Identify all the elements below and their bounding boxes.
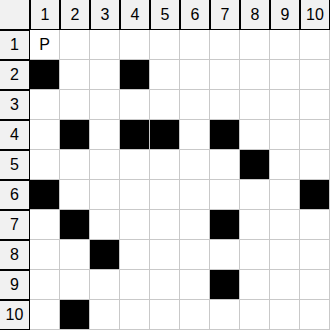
empty-cell-r3c3[interactable] — [90, 90, 120, 120]
empty-cell-r6c5[interactable] — [150, 180, 180, 210]
row-label-4: 4 — [0, 120, 30, 150]
empty-cell-r3c5[interactable] — [150, 90, 180, 120]
empty-cell-r6c8[interactable] — [240, 180, 270, 210]
empty-cell-r2c5[interactable] — [150, 60, 180, 90]
empty-cell-r7c1[interactable] — [30, 210, 60, 240]
empty-cell-r10c3[interactable] — [90, 300, 120, 330]
empty-cell-r2c2[interactable] — [60, 60, 90, 90]
empty-cell-r7c5[interactable] — [150, 210, 180, 240]
empty-cell-r6c9[interactable] — [270, 180, 300, 210]
empty-cell-r1c9[interactable] — [270, 30, 300, 60]
blocked-cell-r6c1[interactable] — [30, 180, 60, 210]
player-cell-r1c1[interactable]: P — [30, 30, 60, 60]
col-label-6: 6 — [180, 0, 210, 30]
blocked-cell-r2c4[interactable] — [120, 60, 150, 90]
empty-cell-r4c3[interactable] — [90, 120, 120, 150]
empty-cell-r4c10[interactable] — [300, 120, 330, 150]
empty-cell-r10c4[interactable] — [120, 300, 150, 330]
empty-cell-r7c8[interactable] — [240, 210, 270, 240]
row-label-8: 8 — [0, 240, 30, 270]
empty-cell-r10c10[interactable] — [300, 300, 330, 330]
empty-cell-r3c9[interactable] — [270, 90, 300, 120]
empty-cell-r6c2[interactable] — [60, 180, 90, 210]
empty-cell-r8c7[interactable] — [210, 240, 240, 270]
empty-cell-r4c1[interactable] — [30, 120, 60, 150]
empty-cell-r10c5[interactable] — [150, 300, 180, 330]
empty-cell-r8c4[interactable] — [120, 240, 150, 270]
empty-cell-r5c2[interactable] — [60, 150, 90, 180]
col-label-7: 7 — [210, 0, 240, 30]
col-label-4: 4 — [120, 0, 150, 30]
empty-cell-r8c2[interactable] — [60, 240, 90, 270]
row-label-1: 1 — [0, 30, 30, 60]
empty-cell-r6c4[interactable] — [120, 180, 150, 210]
empty-cell-r3c8[interactable] — [240, 90, 270, 120]
blocked-cell-r4c7[interactable] — [210, 120, 240, 150]
empty-cell-r1c8[interactable] — [240, 30, 270, 60]
empty-cell-r9c5[interactable] — [150, 270, 180, 300]
empty-cell-r7c10[interactable] — [300, 210, 330, 240]
empty-cell-r2c10[interactable] — [300, 60, 330, 90]
col-label-1: 1 — [30, 0, 60, 30]
empty-cell-r8c10[interactable] — [300, 240, 330, 270]
empty-cell-r8c8[interactable] — [240, 240, 270, 270]
empty-cell-r9c4[interactable] — [120, 270, 150, 300]
blocked-cell-r2c1[interactable] — [30, 60, 60, 90]
empty-cell-r4c6[interactable] — [180, 120, 210, 150]
row-label-3: 3 — [0, 90, 30, 120]
empty-cell-r7c9[interactable] — [270, 210, 300, 240]
empty-cell-r8c6[interactable] — [180, 240, 210, 270]
empty-cell-r3c4[interactable] — [120, 90, 150, 120]
empty-cell-r7c6[interactable] — [180, 210, 210, 240]
empty-cell-r10c6[interactable] — [180, 300, 210, 330]
row-label-6: 6 — [0, 180, 30, 210]
blocked-cell-r7c2[interactable] — [60, 210, 90, 240]
row-label-7: 7 — [0, 210, 30, 240]
empty-cell-r1c2[interactable] — [60, 30, 90, 60]
col-label-8: 8 — [240, 0, 270, 30]
row-label-2: 2 — [0, 60, 30, 90]
empty-cell-r2c9[interactable] — [270, 60, 300, 90]
empty-cell-r9c1[interactable] — [30, 270, 60, 300]
empty-cell-r9c6[interactable] — [180, 270, 210, 300]
empty-cell-r5c10[interactable] — [300, 150, 330, 180]
empty-cell-r3c6[interactable] — [180, 90, 210, 120]
empty-cell-r1c10[interactable] — [300, 30, 330, 60]
row-label-10: 10 — [0, 300, 30, 330]
empty-cell-r1c5[interactable] — [150, 30, 180, 60]
empty-cell-r5c9[interactable] — [270, 150, 300, 180]
puzzle-board: 123456789101P2345678910 — [0, 0, 330, 330]
row-label-5: 5 — [0, 150, 30, 180]
empty-cell-r2c8[interactable] — [240, 60, 270, 90]
empty-cell-r3c10[interactable] — [300, 90, 330, 120]
empty-cell-r3c1[interactable] — [30, 90, 60, 120]
empty-cell-r9c2[interactable] — [60, 270, 90, 300]
empty-cell-r9c10[interactable] — [300, 270, 330, 300]
empty-cell-r10c9[interactable] — [270, 300, 300, 330]
empty-cell-r2c3[interactable] — [90, 60, 120, 90]
blocked-cell-r8c3[interactable] — [90, 240, 120, 270]
empty-cell-r1c6[interactable] — [180, 30, 210, 60]
empty-cell-r1c3[interactable] — [90, 30, 120, 60]
empty-cell-r9c3[interactable] — [90, 270, 120, 300]
empty-cell-r10c7[interactable] — [210, 300, 240, 330]
empty-cell-r10c1[interactable] — [30, 300, 60, 330]
row-label-9: 9 — [0, 270, 30, 300]
empty-cell-r5c4[interactable] — [120, 150, 150, 180]
blocked-cell-r9c7[interactable] — [210, 270, 240, 300]
col-label-3: 3 — [90, 0, 120, 30]
empty-cell-r5c7[interactable] — [210, 150, 240, 180]
empty-cell-r5c6[interactable] — [180, 150, 210, 180]
player-marker: P — [39, 37, 50, 53]
empty-cell-r7c3[interactable] — [90, 210, 120, 240]
empty-cell-r6c6[interactable] — [180, 180, 210, 210]
empty-cell-r1c7[interactable] — [210, 30, 240, 60]
empty-cell-r2c7[interactable] — [210, 60, 240, 90]
empty-cell-r10c8[interactable] — [240, 300, 270, 330]
col-label-5: 5 — [150, 0, 180, 30]
empty-cell-r7c4[interactable] — [120, 210, 150, 240]
empty-cell-r9c8[interactable] — [240, 270, 270, 300]
empty-cell-r8c1[interactable] — [30, 240, 60, 270]
empty-cell-r3c2[interactable] — [60, 90, 90, 120]
empty-cell-r2c6[interactable] — [180, 60, 210, 90]
empty-cell-r5c1[interactable] — [30, 150, 60, 180]
empty-cell-r8c5[interactable] — [150, 240, 180, 270]
corner-cell — [0, 0, 30, 30]
col-label-2: 2 — [60, 0, 90, 30]
empty-cell-r6c7[interactable] — [210, 180, 240, 210]
empty-cell-r4c9[interactable] — [270, 120, 300, 150]
empty-cell-r5c3[interactable] — [90, 150, 120, 180]
blocked-cell-r6c10[interactable] — [300, 180, 330, 210]
blocked-cell-r4c2[interactable] — [60, 120, 90, 150]
empty-cell-r6c3[interactable] — [90, 180, 120, 210]
blocked-cell-r4c4[interactable] — [120, 120, 150, 150]
empty-cell-r5c5[interactable] — [150, 150, 180, 180]
blocked-cell-r4c5[interactable] — [150, 120, 180, 150]
col-label-9: 9 — [270, 0, 300, 30]
empty-cell-r8c9[interactable] — [270, 240, 300, 270]
empty-cell-r1c4[interactable] — [120, 30, 150, 60]
blocked-cell-r5c8[interactable] — [240, 150, 270, 180]
blocked-cell-r7c7[interactable] — [210, 210, 240, 240]
col-label-10: 10 — [300, 0, 330, 30]
empty-cell-r3c7[interactable] — [210, 90, 240, 120]
blocked-cell-r10c2[interactable] — [60, 300, 90, 330]
empty-cell-r9c9[interactable] — [270, 270, 300, 300]
empty-cell-r4c8[interactable] — [240, 120, 270, 150]
